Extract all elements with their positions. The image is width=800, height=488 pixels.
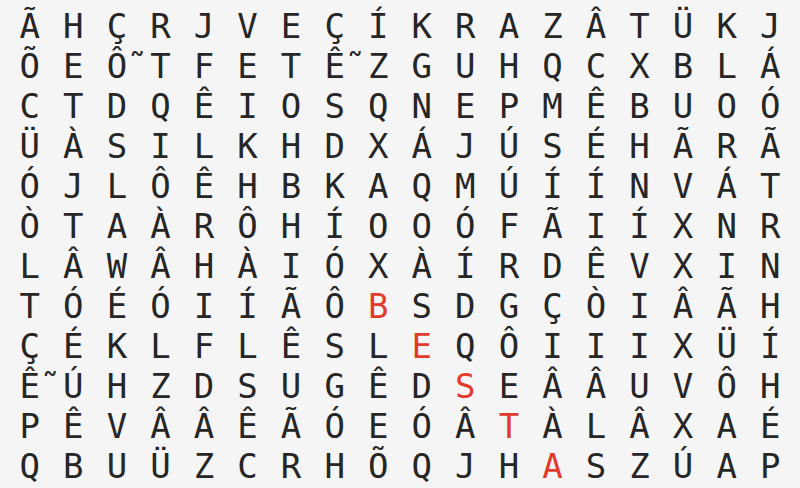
- grid-cell[interactable]: N: [705, 206, 749, 246]
- grid-cell[interactable]: Ô: [705, 366, 749, 406]
- grid-cell-highlighted[interactable]: E: [400, 326, 444, 366]
- grid-cell[interactable]: C: [574, 46, 618, 86]
- grid-cell[interactable]: R: [182, 206, 226, 246]
- grid-cell[interactable]: Ô: [139, 166, 183, 206]
- grid-cell[interactable]: K: [400, 6, 444, 46]
- grid-cell[interactable]: U: [618, 366, 662, 406]
- grid-cell[interactable]: D: [531, 246, 575, 286]
- grid-cell[interactable]: B: [661, 46, 705, 86]
- grid-cell[interactable]: S: [313, 86, 357, 126]
- grid-cell[interactable]: Z: [139, 366, 183, 406]
- grid-cell[interactable]: Ê: [574, 246, 618, 286]
- grid-cell-highlighted[interactable]: B: [356, 286, 400, 326]
- grid-cell[interactable]: K: [226, 126, 270, 166]
- grid-cell[interactable]: T: [8, 286, 52, 326]
- grid-cell[interactable]: D: [400, 366, 444, 406]
- grid-cell[interactable]: S: [226, 366, 270, 406]
- grid-cell[interactable]: Z: [618, 446, 662, 486]
- word-search-board: ÃHÇRJVEÇÍKRAZÂTÜKJÕEỖTFETỄZGUHQCXBLÁCTDQ…: [0, 0, 800, 488]
- grid-cell[interactable]: L: [356, 326, 400, 366]
- grid-cell[interactable]: S: [400, 286, 444, 326]
- grid-cell[interactable]: E: [444, 86, 488, 126]
- grid-cell[interactable]: I: [618, 286, 662, 326]
- grid-cell[interactable]: Í: [618, 206, 662, 246]
- grid-cell[interactable]: L: [139, 326, 183, 366]
- grid-cell[interactable]: Ó: [139, 286, 183, 326]
- grid-cell[interactable]: U: [95, 446, 139, 486]
- grid-cell[interactable]: Â: [574, 6, 618, 46]
- grid-cell[interactable]: H: [95, 366, 139, 406]
- grid-cell[interactable]: B: [618, 86, 662, 126]
- grid-cell[interactable]: D: [95, 86, 139, 126]
- grid-cell[interactable]: G: [487, 286, 531, 326]
- grid-cell[interactable]: O: [356, 206, 400, 246]
- grid-cell[interactable]: Ç: [8, 326, 52, 366]
- grid-cell[interactable]: Ã: [269, 286, 313, 326]
- grid-cell[interactable]: Â: [531, 366, 575, 406]
- grid-cell[interactable]: S: [531, 126, 575, 166]
- grid-cell[interactable]: I: [269, 246, 313, 286]
- grid-cell[interactable]: Ü: [139, 446, 183, 486]
- grid-cell[interactable]: L: [574, 406, 618, 446]
- grid-cell[interactable]: D: [182, 366, 226, 406]
- grid-cell[interactable]: L: [226, 326, 270, 366]
- grid-cell[interactable]: R: [269, 446, 313, 486]
- grid-cell[interactable]: E: [269, 6, 313, 46]
- grid-cell[interactable]: A: [705, 406, 749, 446]
- grid-cell[interactable]: P: [8, 406, 52, 446]
- grid-cell[interactable]: Ô: [226, 206, 270, 246]
- grid-cell[interactable]: F: [182, 46, 226, 86]
- word-search-grid: ÃHÇRJVEÇÍKRAZÂTÜKJÕEỖTFETỄZGUHQCXBLÁCTDQ…: [0, 0, 800, 488]
- grid-cell[interactable]: Ç: [531, 286, 575, 326]
- grid-cell[interactable]: D: [444, 286, 488, 326]
- grid-cell[interactable]: R: [487, 246, 531, 286]
- grid-cell[interactable]: Ễ: [8, 366, 52, 406]
- grid-cell[interactable]: Ô: [313, 286, 357, 326]
- grid-cell[interactable]: Ó: [52, 286, 96, 326]
- grid-cell[interactable]: Z: [356, 46, 400, 86]
- grid-cell[interactable]: H: [313, 446, 357, 486]
- grid-cell[interactable]: Í: [226, 286, 270, 326]
- grid-cell[interactable]: Á: [748, 46, 792, 86]
- grid-cell[interactable]: C: [226, 446, 270, 486]
- grid-cell[interactable]: À: [400, 246, 444, 286]
- grid-cell[interactable]: G: [313, 366, 357, 406]
- grid-cell[interactable]: I: [705, 246, 749, 286]
- grid-cell[interactable]: H: [269, 206, 313, 246]
- grid-cell[interactable]: I: [574, 206, 618, 246]
- grid-cell[interactable]: V: [618, 246, 662, 286]
- grid-cell[interactable]: Ê: [182, 86, 226, 126]
- grid-cell[interactable]: T: [139, 46, 183, 86]
- grid-cell[interactable]: X: [356, 126, 400, 166]
- grid-cell[interactable]: Í: [444, 246, 488, 286]
- grid-cell[interactable]: T: [52, 206, 96, 246]
- grid-cell[interactable]: U: [269, 366, 313, 406]
- grid-cell[interactable]: X: [356, 246, 400, 286]
- grid-cell[interactable]: Ç: [95, 6, 139, 46]
- grid-cell[interactable]: H: [487, 446, 531, 486]
- grid-cell[interactable]: P: [748, 446, 792, 486]
- grid-cell[interactable]: H: [226, 166, 270, 206]
- grid-cell[interactable]: Õ: [356, 446, 400, 486]
- grid-cell[interactable]: I: [531, 326, 575, 366]
- grid-cell[interactable]: B: [52, 446, 96, 486]
- grid-cell[interactable]: É: [95, 286, 139, 326]
- grid-cell[interactable]: R: [748, 206, 792, 246]
- grid-cell[interactable]: Ỗ: [95, 46, 139, 86]
- grid-cell-highlighted[interactable]: S: [444, 366, 488, 406]
- grid-cell[interactable]: X: [661, 326, 705, 366]
- grid-cell[interactable]: Â: [574, 366, 618, 406]
- grid-cell[interactable]: Ç: [313, 6, 357, 46]
- grid-cell[interactable]: O: [705, 86, 749, 126]
- grid-cell[interactable]: Ú: [661, 446, 705, 486]
- grid-cell[interactable]: E: [52, 46, 96, 86]
- grid-cell[interactable]: Í: [313, 206, 357, 246]
- grid-cell[interactable]: S: [95, 126, 139, 166]
- grid-cell[interactable]: É: [748, 406, 792, 446]
- grid-cell[interactable]: D: [313, 126, 357, 166]
- grid-cell[interactable]: Â: [182, 406, 226, 446]
- grid-cell[interactable]: S: [574, 446, 618, 486]
- grid-cell[interactable]: M: [531, 86, 575, 126]
- grid-cell[interactable]: Ễ: [313, 46, 357, 86]
- grid-cell[interactable]: B: [269, 166, 313, 206]
- grid-cell[interactable]: Ã: [269, 406, 313, 446]
- grid-cell[interactable]: Q: [444, 326, 488, 366]
- grid-cell[interactable]: H: [182, 246, 226, 286]
- grid-cell[interactable]: Ó: [313, 246, 357, 286]
- grid-cell[interactable]: Ã: [8, 6, 52, 46]
- grid-cell[interactable]: Â: [52, 246, 96, 286]
- grid-cell[interactable]: Â: [139, 406, 183, 446]
- grid-cell[interactable]: J: [444, 126, 488, 166]
- grid-cell[interactable]: Á: [400, 126, 444, 166]
- grid-cell[interactable]: L: [182, 126, 226, 166]
- grid-cell[interactable]: Í: [531, 166, 575, 206]
- grid-cell[interactable]: R: [705, 126, 749, 166]
- grid-cell[interactable]: Á: [705, 166, 749, 206]
- grid-cell[interactable]: E: [226, 46, 270, 86]
- grid-cell[interactable]: R: [444, 6, 488, 46]
- grid-cell[interactable]: Í: [748, 326, 792, 366]
- grid-cell[interactable]: F: [182, 326, 226, 366]
- grid-cell[interactable]: K: [95, 326, 139, 366]
- grid-cell[interactable]: Q: [356, 86, 400, 126]
- grid-cell[interactable]: X: [661, 406, 705, 446]
- grid-cell[interactable]: I: [182, 286, 226, 326]
- grid-cell[interactable]: I: [139, 126, 183, 166]
- grid-cell[interactable]: F: [487, 206, 531, 246]
- grid-cell[interactable]: Ü: [8, 126, 52, 166]
- grid-cell[interactable]: Ô: [487, 326, 531, 366]
- grid-cell[interactable]: À: [531, 406, 575, 446]
- grid-cell[interactable]: A: [95, 206, 139, 246]
- grid-cell-highlighted[interactable]: A: [531, 446, 575, 486]
- grid-cell[interactable]: Â: [661, 286, 705, 326]
- grid-cell[interactable]: À: [52, 126, 96, 166]
- grid-cell[interactable]: J: [52, 166, 96, 206]
- grid-cell[interactable]: Í: [574, 166, 618, 206]
- grid-cell[interactable]: T: [269, 46, 313, 86]
- grid-cell[interactable]: Ê: [269, 326, 313, 366]
- grid-cell[interactable]: H: [748, 286, 792, 326]
- grid-cell[interactable]: Ê: [356, 366, 400, 406]
- grid-cell[interactable]: J: [748, 6, 792, 46]
- grid-cell[interactable]: Ê: [52, 406, 96, 446]
- grid-cell[interactable]: V: [226, 6, 270, 46]
- grid-cell[interactable]: Q: [400, 446, 444, 486]
- grid-cell[interactable]: L: [705, 46, 749, 86]
- grid-cell[interactable]: X: [661, 246, 705, 286]
- grid-cell[interactable]: N: [748, 246, 792, 286]
- grid-cell[interactable]: Ã: [748, 126, 792, 166]
- grid-cell[interactable]: E: [356, 406, 400, 446]
- grid-cell[interactable]: Ò: [8, 206, 52, 246]
- grid-cell[interactable]: H: [487, 46, 531, 86]
- grid-cell-highlighted[interactable]: T: [487, 406, 531, 446]
- grid-cell[interactable]: Ú: [487, 166, 531, 206]
- grid-cell[interactable]: Q: [531, 46, 575, 86]
- grid-cell[interactable]: K: [705, 6, 749, 46]
- grid-cell[interactable]: I: [618, 326, 662, 366]
- grid-cell[interactable]: X: [661, 206, 705, 246]
- grid-cell[interactable]: O: [269, 86, 313, 126]
- grid-cell[interactable]: E: [487, 366, 531, 406]
- grid-cell[interactable]: A: [705, 446, 749, 486]
- grid-cell[interactable]: Ó: [8, 166, 52, 206]
- grid-cell[interactable]: R: [139, 6, 183, 46]
- grid-cell[interactable]: Ã: [531, 206, 575, 246]
- grid-cell[interactable]: I: [226, 86, 270, 126]
- grid-cell[interactable]: É: [52, 326, 96, 366]
- grid-cell[interactable]: T: [618, 6, 662, 46]
- grid-cell[interactable]: T: [748, 166, 792, 206]
- grid-cell[interactable]: M: [444, 166, 488, 206]
- grid-cell[interactable]: V: [95, 406, 139, 446]
- grid-cell[interactable]: Ê: [226, 406, 270, 446]
- grid-cell[interactable]: H: [618, 126, 662, 166]
- grid-cell[interactable]: V: [661, 366, 705, 406]
- grid-cell[interactable]: I: [574, 326, 618, 366]
- grid-cell[interactable]: U: [661, 86, 705, 126]
- grid-cell[interactable]: Ó: [400, 406, 444, 446]
- grid-cell[interactable]: Ú: [52, 366, 96, 406]
- grid-cell[interactable]: Í: [356, 6, 400, 46]
- grid-cell[interactable]: S: [313, 326, 357, 366]
- grid-cell[interactable]: W: [95, 246, 139, 286]
- grid-cell[interactable]: Ó: [444, 206, 488, 246]
- grid-cell[interactable]: Â: [444, 406, 488, 446]
- grid-cell[interactable]: Q: [8, 446, 52, 486]
- grid-cell[interactable]: Ã: [705, 286, 749, 326]
- grid-cell[interactable]: O: [400, 206, 444, 246]
- grid-cell[interactable]: À: [139, 206, 183, 246]
- grid-cell[interactable]: X: [618, 46, 662, 86]
- grid-cell[interactable]: Ü: [705, 326, 749, 366]
- grid-cell[interactable]: J: [182, 6, 226, 46]
- grid-cell[interactable]: N: [400, 86, 444, 126]
- grid-cell[interactable]: Ê: [182, 166, 226, 206]
- grid-cell[interactable]: L: [8, 246, 52, 286]
- grid-cell[interactable]: H: [52, 6, 96, 46]
- grid-cell[interactable]: É: [574, 126, 618, 166]
- grid-cell[interactable]: Q: [139, 86, 183, 126]
- grid-cell[interactable]: J: [444, 446, 488, 486]
- grid-cell[interactable]: Õ: [8, 46, 52, 86]
- grid-cell[interactable]: Q: [400, 166, 444, 206]
- grid-cell[interactable]: A: [487, 6, 531, 46]
- grid-cell[interactable]: Ó: [313, 406, 357, 446]
- grid-cell[interactable]: Ê: [574, 86, 618, 126]
- grid-cell[interactable]: N: [618, 166, 662, 206]
- grid-cell[interactable]: Ú: [487, 126, 531, 166]
- grid-cell[interactable]: T: [52, 86, 96, 126]
- grid-cell[interactable]: A: [356, 166, 400, 206]
- grid-cell[interactable]: H: [269, 126, 313, 166]
- grid-cell[interactable]: À: [226, 246, 270, 286]
- grid-cell[interactable]: L: [95, 166, 139, 206]
- grid-cell[interactable]: Z: [182, 446, 226, 486]
- grid-cell[interactable]: H: [748, 366, 792, 406]
- grid-cell[interactable]: Ò: [574, 286, 618, 326]
- grid-cell[interactable]: U: [444, 46, 488, 86]
- grid-cell[interactable]: C: [8, 86, 52, 126]
- grid-cell[interactable]: G: [400, 46, 444, 86]
- grid-cell[interactable]: P: [487, 86, 531, 126]
- grid-cell[interactable]: Z: [531, 6, 575, 46]
- grid-cell[interactable]: Ü: [661, 6, 705, 46]
- grid-cell[interactable]: Â: [139, 246, 183, 286]
- grid-cell[interactable]: Ó: [748, 86, 792, 126]
- grid-cell[interactable]: Â: [618, 406, 662, 446]
- grid-cell[interactable]: Ã: [661, 126, 705, 166]
- grid-cell[interactable]: V: [661, 166, 705, 206]
- grid-cell[interactable]: K: [313, 166, 357, 206]
